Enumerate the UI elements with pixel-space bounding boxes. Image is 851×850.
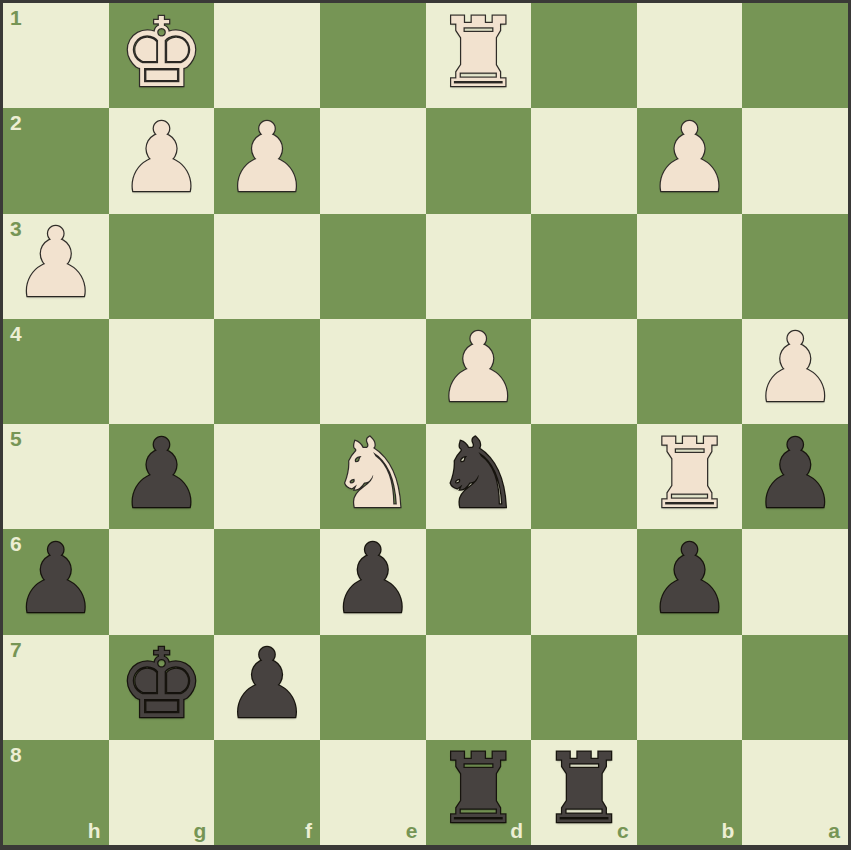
square-b7[interactable] — [637, 635, 743, 740]
square-e7[interactable] — [320, 635, 426, 740]
square-e4[interactable] — [320, 319, 426, 424]
board: 1♚♜2♟♟♟3♟4♟♟5♟♞♞♜♟6♟♟♟7♚♟8hgfed♜c♜ba — [3, 3, 848, 845]
piece-black-pawn-g5[interactable]: ♟ — [118, 426, 204, 522]
square-b8[interactable]: b — [637, 740, 743, 845]
square-f3[interactable] — [214, 214, 320, 319]
square-d2[interactable] — [426, 108, 532, 213]
square-g3[interactable] — [109, 214, 215, 319]
square-g2[interactable]: ♟ — [109, 108, 215, 213]
square-e6[interactable]: ♟ — [320, 529, 426, 634]
square-f8[interactable]: f — [214, 740, 320, 845]
square-h7[interactable]: 7 — [3, 635, 109, 740]
piece-black-rook-d8[interactable]: ♜ — [435, 741, 521, 837]
piece-black-pawn-e6[interactable]: ♟ — [330, 531, 416, 627]
rank-label-7: 7 — [10, 639, 22, 660]
square-d1[interactable]: ♜ — [426, 3, 532, 108]
piece-white-pawn-d4[interactable]: ♟ — [435, 320, 521, 416]
file-label-e: e — [406, 820, 418, 841]
square-c8[interactable]: c♜ — [531, 740, 637, 845]
square-h2[interactable]: 2 — [3, 108, 109, 213]
rank-label-2: 2 — [10, 112, 22, 133]
square-g5[interactable]: ♟ — [109, 424, 215, 529]
rank-label-4: 4 — [10, 323, 22, 344]
square-f5[interactable] — [214, 424, 320, 529]
square-g8[interactable]: g — [109, 740, 215, 845]
square-c7[interactable] — [531, 635, 637, 740]
square-f6[interactable] — [214, 529, 320, 634]
piece-white-pawn-h3[interactable]: ♟ — [13, 215, 99, 311]
square-a7[interactable] — [742, 635, 848, 740]
board-frame: 1♚♜2♟♟♟3♟4♟♟5♟♞♞♜♟6♟♟♟7♚♟8hgfed♜c♜ba — [0, 0, 851, 850]
piece-white-pawn-g2[interactable]: ♟ — [118, 110, 204, 206]
square-e3[interactable] — [320, 214, 426, 319]
file-label-h: h — [88, 820, 101, 841]
square-f7[interactable]: ♟ — [214, 635, 320, 740]
piece-white-pawn-b2[interactable]: ♟ — [647, 110, 733, 206]
square-b5[interactable]: ♜ — [637, 424, 743, 529]
piece-black-pawn-f7[interactable]: ♟ — [224, 636, 310, 732]
rank-label-5: 5 — [10, 428, 22, 449]
piece-black-pawn-a5[interactable]: ♟ — [752, 426, 838, 522]
square-f1[interactable] — [214, 3, 320, 108]
piece-white-pawn-f2[interactable]: ♟ — [224, 110, 310, 206]
square-a8[interactable]: a — [742, 740, 848, 845]
piece-white-king-g1[interactable]: ♚ — [118, 5, 204, 101]
piece-white-rook-b5[interactable]: ♜ — [647, 426, 733, 522]
square-e1[interactable] — [320, 3, 426, 108]
square-d3[interactable] — [426, 214, 532, 319]
rank-label-8: 8 — [10, 744, 22, 765]
file-label-b: b — [722, 820, 735, 841]
piece-white-pawn-a4[interactable]: ♟ — [752, 320, 838, 416]
square-h5[interactable]: 5 — [3, 424, 109, 529]
square-a2[interactable] — [742, 108, 848, 213]
square-g4[interactable] — [109, 319, 215, 424]
square-c3[interactable] — [531, 214, 637, 319]
piece-black-knight-d5[interactable]: ♞ — [435, 426, 521, 522]
file-label-f: f — [305, 820, 312, 841]
piece-white-rook-d1[interactable]: ♜ — [435, 5, 521, 101]
piece-white-knight-e5[interactable]: ♞ — [330, 426, 416, 522]
square-c5[interactable] — [531, 424, 637, 529]
square-a3[interactable] — [742, 214, 848, 319]
square-g7[interactable]: ♚ — [109, 635, 215, 740]
square-e8[interactable]: e — [320, 740, 426, 845]
square-c1[interactable] — [531, 3, 637, 108]
piece-black-rook-c8[interactable]: ♜ — [541, 741, 627, 837]
square-c4[interactable] — [531, 319, 637, 424]
square-f2[interactable]: ♟ — [214, 108, 320, 213]
square-h3[interactable]: 3♟ — [3, 214, 109, 319]
square-d5[interactable]: ♞ — [426, 424, 532, 529]
square-d4[interactable]: ♟ — [426, 319, 532, 424]
piece-black-pawn-h6[interactable]: ♟ — [13, 531, 99, 627]
square-d6[interactable] — [426, 529, 532, 634]
file-label-g: g — [193, 820, 206, 841]
square-b1[interactable] — [637, 3, 743, 108]
square-e5[interactable]: ♞ — [320, 424, 426, 529]
square-b3[interactable] — [637, 214, 743, 319]
square-d7[interactable] — [426, 635, 532, 740]
square-h6[interactable]: 6♟ — [3, 529, 109, 634]
square-c2[interactable] — [531, 108, 637, 213]
square-g1[interactable]: ♚ — [109, 3, 215, 108]
rank-label-1: 1 — [10, 7, 22, 28]
square-d8[interactable]: d♜ — [426, 740, 532, 845]
square-b2[interactable]: ♟ — [637, 108, 743, 213]
square-a5[interactable]: ♟ — [742, 424, 848, 529]
square-h4[interactable]: 4 — [3, 319, 109, 424]
file-label-a: a — [828, 820, 840, 841]
square-c6[interactable] — [531, 529, 637, 634]
square-f4[interactable] — [214, 319, 320, 424]
square-b4[interactable] — [637, 319, 743, 424]
square-a4[interactable]: ♟ — [742, 319, 848, 424]
square-h8[interactable]: 8h — [3, 740, 109, 845]
piece-black-king-g7[interactable]: ♚ — [118, 636, 204, 732]
square-h1[interactable]: 1 — [3, 3, 109, 108]
square-e2[interactable] — [320, 108, 426, 213]
square-b6[interactable]: ♟ — [637, 529, 743, 634]
square-a6[interactable] — [742, 529, 848, 634]
square-g6[interactable] — [109, 529, 215, 634]
piece-black-pawn-b6[interactable]: ♟ — [647, 531, 733, 627]
square-a1[interactable] — [742, 3, 848, 108]
